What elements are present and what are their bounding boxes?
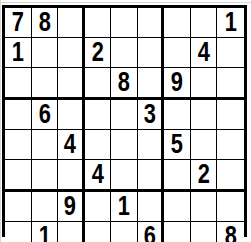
cell-r8c6: 6 xyxy=(138,222,165,242)
cell-r1c5[interactable] xyxy=(111,8,138,38)
cell-r3c9[interactable] xyxy=(217,68,244,100)
cell-r2c4: 2 xyxy=(85,38,112,68)
cell-r2c3[interactable] xyxy=(58,38,85,68)
cell-r5c1[interactable] xyxy=(5,130,32,160)
cell-r2c1: 1 xyxy=(5,38,32,68)
page: 7811248963454291168492 xyxy=(0,0,251,242)
cell-r5c7: 5 xyxy=(164,130,191,160)
cell-r5c8[interactable] xyxy=(191,130,218,160)
cell-r4c5[interactable] xyxy=(111,100,138,130)
cell-r5c2[interactable] xyxy=(32,130,59,160)
given-digit: 6 xyxy=(38,100,50,129)
cell-r1c4[interactable] xyxy=(85,8,112,38)
cell-r8c8[interactable] xyxy=(191,222,218,242)
cell-r8c4[interactable] xyxy=(85,222,112,242)
given-digit: 5 xyxy=(171,130,183,159)
cell-r6c1[interactable] xyxy=(5,160,32,192)
cell-r3c1[interactable] xyxy=(5,68,32,100)
cell-r7c2[interactable] xyxy=(32,192,59,222)
given-digit: 1 xyxy=(118,192,130,221)
cell-r7c5: 1 xyxy=(111,192,138,222)
given-digit: 8 xyxy=(118,68,130,97)
cell-r6c9[interactable] xyxy=(217,160,244,192)
cell-r5c9[interactable] xyxy=(217,130,244,160)
cell-r1c1: 7 xyxy=(5,8,32,38)
cell-r7c9[interactable] xyxy=(217,192,244,222)
given-digit: 9 xyxy=(171,68,183,97)
cell-r6c4: 4 xyxy=(85,160,112,192)
cell-r1c8[interactable] xyxy=(191,8,218,38)
given-digit: 2 xyxy=(91,38,103,67)
cell-r3c8[interactable] xyxy=(191,68,218,100)
given-digit: 8 xyxy=(38,8,50,37)
cell-r6c6[interactable] xyxy=(138,160,165,192)
given-digit: 1 xyxy=(12,38,24,67)
cell-r6c5[interactable] xyxy=(111,160,138,192)
given-digit: 1 xyxy=(225,8,237,37)
cell-r2c2[interactable] xyxy=(32,38,59,68)
given-digit: 4 xyxy=(91,160,103,189)
given-digit: 6 xyxy=(143,222,155,242)
page-gridline-horizontal xyxy=(0,2,251,3)
cell-r3c2[interactable] xyxy=(32,68,59,100)
cell-r7c6[interactable] xyxy=(138,192,165,222)
sudoku-board: 7811248963454291168492 xyxy=(2,5,247,237)
given-digit: 3 xyxy=(143,100,155,129)
given-digit: 8 xyxy=(225,222,237,242)
given-digit: 7 xyxy=(12,8,24,37)
given-digit: 9 xyxy=(64,192,76,221)
cell-r8c9: 8 xyxy=(217,222,244,242)
cell-r2c8: 4 xyxy=(191,38,218,68)
cell-r4c3[interactable] xyxy=(58,100,85,130)
given-digit: 4 xyxy=(64,130,76,159)
cell-r8c7[interactable] xyxy=(164,222,191,242)
cell-r7c7[interactable] xyxy=(164,192,191,222)
cell-r1c3[interactable] xyxy=(58,8,85,38)
cell-r4c9[interactable] xyxy=(217,100,244,130)
cell-r8c5[interactable] xyxy=(111,222,138,242)
cell-r4c8[interactable] xyxy=(191,100,218,130)
cell-r4c7[interactable] xyxy=(164,100,191,130)
given-digit: 4 xyxy=(198,38,210,67)
cell-r8c2: 1 xyxy=(32,222,59,242)
cell-r3c6[interactable] xyxy=(138,68,165,100)
cell-r5c6[interactable] xyxy=(138,130,165,160)
cell-r2c9[interactable] xyxy=(217,38,244,68)
cell-r7c1[interactable] xyxy=(5,192,32,222)
cell-r6c2[interactable] xyxy=(32,160,59,192)
cell-r6c8: 2 xyxy=(191,160,218,192)
cell-r5c4[interactable] xyxy=(85,130,112,160)
cell-r3c4[interactable] xyxy=(85,68,112,100)
cell-r3c5: 8 xyxy=(111,68,138,100)
cell-r5c3: 4 xyxy=(58,130,85,160)
cell-r2c6[interactable] xyxy=(138,38,165,68)
cell-r8c3[interactable] xyxy=(58,222,85,242)
cell-r4c6: 3 xyxy=(138,100,165,130)
cell-r2c7[interactable] xyxy=(164,38,191,68)
cell-r3c7: 9 xyxy=(164,68,191,100)
cell-r4c2: 6 xyxy=(32,100,59,130)
cell-r7c8[interactable] xyxy=(191,192,218,222)
cell-r8c1[interactable] xyxy=(5,222,32,242)
cell-r1c7[interactable] xyxy=(164,8,191,38)
cell-r4c4[interactable] xyxy=(85,100,112,130)
cell-r1c9: 1 xyxy=(217,8,244,38)
page-gridline-vertical xyxy=(0,0,1,242)
cell-r6c3[interactable] xyxy=(58,160,85,192)
cell-r1c2: 8 xyxy=(32,8,59,38)
given-digit: 2 xyxy=(198,160,210,189)
cell-r1c6[interactable] xyxy=(138,8,165,38)
cell-r7c3: 9 xyxy=(58,192,85,222)
cell-r5c5[interactable] xyxy=(111,130,138,160)
cell-r4c1[interactable] xyxy=(5,100,32,130)
given-digit: 1 xyxy=(38,222,50,242)
cell-r7c4[interactable] xyxy=(85,192,112,222)
cell-r2c5[interactable] xyxy=(111,38,138,68)
cell-r3c3[interactable] xyxy=(58,68,85,100)
cell-r6c7[interactable] xyxy=(164,160,191,192)
